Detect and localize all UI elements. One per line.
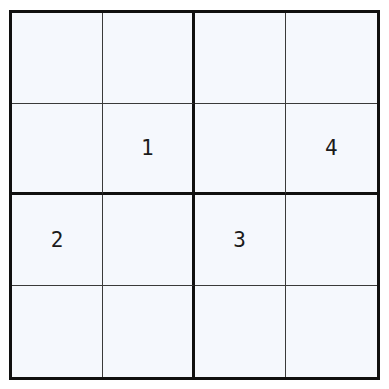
cell-r4c3[interactable] xyxy=(195,286,286,377)
cell-r4c2[interactable] xyxy=(103,286,194,377)
cell-r3c4[interactable] xyxy=(286,195,377,286)
sudoku-board: 1 4 2 3 xyxy=(9,10,380,380)
sudoku-page: 1 4 2 3 xyxy=(0,0,389,389)
cell-r1c1[interactable] xyxy=(12,13,103,104)
cell-r1c4[interactable] xyxy=(286,13,377,104)
cell-r3c1[interactable]: 2 xyxy=(12,195,103,286)
cell-r4c1[interactable] xyxy=(12,286,103,377)
cell-r1c3[interactable] xyxy=(195,13,286,104)
cell-r1c2[interactable] xyxy=(103,13,194,104)
cell-r2c2[interactable]: 1 xyxy=(103,104,194,195)
cell-r2c3[interactable] xyxy=(195,104,286,195)
cell-r4c4[interactable] xyxy=(286,286,377,377)
cell-r3c3[interactable]: 3 xyxy=(195,195,286,286)
cell-r2c4[interactable]: 4 xyxy=(286,104,377,195)
cell-r3c2[interactable] xyxy=(103,195,194,286)
cell-r2c1[interactable] xyxy=(12,104,103,195)
